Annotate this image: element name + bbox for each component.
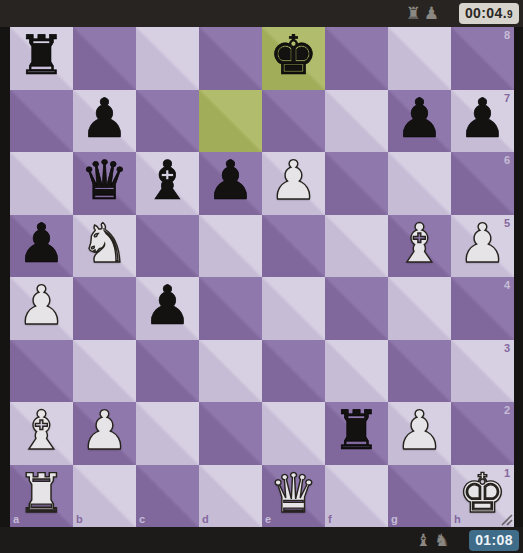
top-clock-main: 00:04. — [465, 5, 507, 21]
square-e6[interactable]: ♟ — [262, 152, 325, 215]
square-b2[interactable]: ♟ — [73, 402, 136, 465]
black-pawn[interactable]: ♟ — [80, 92, 128, 146]
white-rook[interactable]: ♜ — [17, 467, 65, 521]
rank-label-2: 2 — [504, 405, 510, 416]
bishop-icon: ♝ — [416, 532, 431, 549]
top-captured-pieces: ♜ ♟ — [405, 5, 439, 22]
board-resize-handle[interactable] — [499, 512, 513, 526]
square-h6[interactable]: 6 — [451, 152, 514, 215]
black-pawn[interactable]: ♟ — [395, 92, 443, 146]
chess-board[interactable]: ♜♚8♟♟♟7♛♝♟♟6♟♞♝♟5♟♟43♝♟♜♟2♜abcd♛efg♚1h — [10, 27, 514, 527]
square-c2[interactable] — [136, 402, 199, 465]
rank-label-6: 6 — [504, 155, 510, 166]
top-player-clock: 00:04.9 — [459, 3, 519, 24]
rank-label-7: 7 — [504, 93, 510, 104]
square-b3[interactable] — [73, 340, 136, 403]
square-e5[interactable] — [262, 215, 325, 278]
white-pawn[interactable]: ♟ — [458, 217, 506, 271]
square-d7[interactable] — [199, 90, 262, 153]
square-a3[interactable] — [10, 340, 73, 403]
white-pawn[interactable]: ♟ — [80, 404, 128, 458]
white-pawn[interactable]: ♟ — [395, 404, 443, 458]
file-label-a: a — [13, 514, 19, 525]
square-d5[interactable] — [199, 215, 262, 278]
file-label-c: c — [139, 514, 145, 525]
white-pawn[interactable]: ♟ — [17, 279, 65, 333]
white-pawn[interactable]: ♟ — [269, 154, 317, 208]
square-c4[interactable]: ♟ — [136, 277, 199, 340]
square-b4[interactable] — [73, 277, 136, 340]
bottom-player-bar: ♝ ♞ 01:08 — [0, 527, 523, 553]
square-f7[interactable] — [325, 90, 388, 153]
square-d4[interactable] — [199, 277, 262, 340]
black-pawn[interactable]: ♟ — [17, 217, 65, 271]
square-d8[interactable] — [199, 27, 262, 90]
rank-label-5: 5 — [504, 218, 510, 229]
square-a1[interactable]: ♜a — [10, 465, 73, 528]
square-f5[interactable] — [325, 215, 388, 278]
square-h5[interactable]: ♟5 — [451, 215, 514, 278]
board-wrap: ♜♚8♟♟♟7♛♝♟♟6♟♞♝♟5♟♟43♝♟♜♟2♜abcd♛efg♚1h — [10, 27, 514, 527]
square-b5[interactable]: ♞ — [73, 215, 136, 278]
rank-label-1: 1 — [504, 468, 510, 479]
black-rook[interactable]: ♜ — [17, 29, 65, 83]
square-g3[interactable] — [388, 340, 451, 403]
square-e8[interactable]: ♚ — [262, 27, 325, 90]
square-c1[interactable]: c — [136, 465, 199, 528]
file-label-f: f — [328, 514, 332, 525]
square-g5[interactable]: ♝ — [388, 215, 451, 278]
square-g7[interactable]: ♟ — [388, 90, 451, 153]
black-bishop[interactable]: ♝ — [143, 154, 191, 208]
square-g2[interactable]: ♟ — [388, 402, 451, 465]
square-a7[interactable] — [10, 90, 73, 153]
rank-label-3: 3 — [504, 343, 510, 354]
square-a6[interactable] — [10, 152, 73, 215]
black-pawn[interactable]: ♟ — [206, 154, 254, 208]
file-label-h: h — [454, 514, 461, 525]
square-f4[interactable] — [325, 277, 388, 340]
white-bishop[interactable]: ♝ — [395, 217, 443, 271]
square-b7[interactable]: ♟ — [73, 90, 136, 153]
square-e3[interactable] — [262, 340, 325, 403]
knight-icon: ♞ — [434, 532, 449, 549]
square-f8[interactable] — [325, 27, 388, 90]
square-a2[interactable]: ♝ — [10, 402, 73, 465]
square-h8[interactable]: 8 — [451, 27, 514, 90]
square-b1[interactable]: b — [73, 465, 136, 528]
square-e1[interactable]: ♛e — [262, 465, 325, 528]
square-d2[interactable] — [199, 402, 262, 465]
black-queen[interactable]: ♛ — [80, 154, 128, 208]
black-rook[interactable]: ♜ — [332, 404, 380, 458]
rook-icon: ♜ — [405, 5, 420, 22]
square-g1[interactable]: g — [388, 465, 451, 528]
bottom-captured-pieces: ♝ ♞ — [416, 532, 450, 549]
rank-label-8: 8 — [504, 30, 510, 41]
square-c6[interactable]: ♝ — [136, 152, 199, 215]
bottom-player-clock: 01:08 — [469, 530, 519, 551]
square-c8[interactable] — [136, 27, 199, 90]
black-king[interactable]: ♚ — [269, 29, 317, 83]
square-h4[interactable]: 4 — [451, 277, 514, 340]
square-f6[interactable] — [325, 152, 388, 215]
white-bishop[interactable]: ♝ — [17, 404, 65, 458]
file-label-g: g — [391, 514, 398, 525]
square-h7[interactable]: ♟7 — [451, 90, 514, 153]
black-pawn[interactable]: ♟ — [143, 279, 191, 333]
square-h2[interactable]: 2 — [451, 402, 514, 465]
top-clock-tenths: 9 — [507, 9, 513, 20]
rank-label-4: 4 — [504, 280, 510, 291]
square-h3[interactable]: 3 — [451, 340, 514, 403]
square-c3[interactable] — [136, 340, 199, 403]
square-b6[interactable]: ♛ — [73, 152, 136, 215]
square-e2[interactable] — [262, 402, 325, 465]
square-c5[interactable] — [136, 215, 199, 278]
pawn-icon: ♟ — [424, 5, 439, 22]
white-knight[interactable]: ♞ — [80, 217, 128, 271]
square-f2[interactable]: ♜ — [325, 402, 388, 465]
square-a4[interactable]: ♟ — [10, 277, 73, 340]
square-g4[interactable] — [388, 277, 451, 340]
square-g8[interactable] — [388, 27, 451, 90]
white-queen[interactable]: ♛ — [269, 467, 317, 521]
square-b8[interactable] — [73, 27, 136, 90]
square-f1[interactable]: f — [325, 465, 388, 528]
square-c7[interactable] — [136, 90, 199, 153]
top-player-bar: ♜ ♟ 00:04.9 — [0, 0, 523, 27]
square-a5[interactable]: ♟ — [10, 215, 73, 278]
square-e7[interactable] — [262, 90, 325, 153]
black-pawn[interactable]: ♟ — [458, 92, 506, 146]
square-d1[interactable]: d — [199, 465, 262, 528]
file-label-d: d — [202, 514, 209, 525]
square-a8[interactable]: ♜ — [10, 27, 73, 90]
square-f3[interactable] — [325, 340, 388, 403]
chess-game-widget: ♜ ♟ 00:04.9 ♜♚8♟♟♟7♛♝♟♟6♟♞♝♟5♟♟43♝♟♜♟2♜a… — [0, 0, 523, 553]
square-d3[interactable] — [199, 340, 262, 403]
square-d6[interactable]: ♟ — [199, 152, 262, 215]
file-label-b: b — [76, 514, 83, 525]
square-g6[interactable] — [388, 152, 451, 215]
square-e4[interactable] — [262, 277, 325, 340]
file-label-e: e — [265, 514, 271, 525]
